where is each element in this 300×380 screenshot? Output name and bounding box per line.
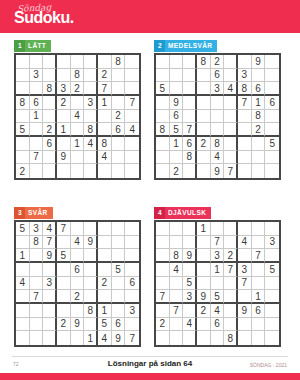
cell-r8c5: [71, 151, 85, 165]
cell-r6c7: [98, 123, 112, 137]
cell-r6c5: [211, 123, 225, 137]
cell-r1c9: [265, 222, 279, 236]
cell-r6c2: 7: [30, 290, 44, 304]
cell-r5c8: 2: [112, 110, 126, 124]
cell-r7c9: 5: [265, 137, 279, 151]
cell-r1c1: [156, 222, 170, 236]
cell-r6c4: 1: [57, 123, 71, 137]
cell-r5c2: 6: [170, 110, 184, 124]
cell-r3c1: 1: [16, 249, 30, 263]
cell-r2c8: [112, 236, 126, 250]
cell-r2c9: [265, 69, 279, 83]
cell-r3c2: [30, 249, 44, 263]
logo-main-text: Sudoku.: [14, 9, 74, 27]
cell-r8c6: [84, 318, 98, 332]
cell-r8c1: [16, 151, 30, 165]
cell-r6c6: [224, 123, 238, 137]
cell-r8c2: [170, 318, 184, 332]
cell-r2c5: 6: [211, 69, 225, 83]
cell-r5c9: [125, 110, 139, 124]
cell-r4c1: 8: [16, 96, 30, 110]
cell-r5c8: [252, 277, 266, 291]
cell-r2c2: [170, 236, 184, 250]
cell-r6c1: 8: [156, 123, 170, 137]
cell-r4c7: [98, 263, 112, 277]
cell-r5c8: 8: [252, 110, 266, 124]
cell-r7c1: [16, 304, 30, 318]
cell-r5c2: [30, 277, 44, 291]
cell-r3c7: [238, 249, 252, 263]
cell-r6c6: 8: [84, 123, 98, 137]
cell-r8c8: [112, 151, 126, 165]
cell-r1c5: [71, 55, 85, 69]
cell-r9c7: 4: [98, 331, 112, 345]
cell-r7c8: [252, 137, 266, 151]
cell-r6c1: [16, 290, 30, 304]
cell-r9c1: [156, 331, 170, 345]
cell-r1c4: 8: [197, 55, 211, 69]
cell-r5c5: [211, 110, 225, 124]
cell-r2c7: 4: [238, 236, 252, 250]
cell-r7c9: [125, 137, 139, 151]
cell-r3c4: 5: [57, 249, 71, 263]
cell-r7c6: 4: [84, 137, 98, 151]
cell-r6c1: 5: [16, 123, 30, 137]
cell-r8c5: 9: [71, 318, 85, 332]
cell-r4c4: [57, 263, 71, 277]
cell-r6c4: [197, 123, 211, 137]
cell-r8c4: 2: [57, 318, 71, 332]
cell-r2c3: 7: [43, 236, 57, 250]
cell-r9c2: [170, 331, 184, 345]
cell-r6c5: [71, 123, 85, 137]
cell-r1c7: [98, 55, 112, 69]
puzzle-difficulty: DJÄVULSK: [165, 207, 211, 219]
cell-r4c1: [16, 263, 30, 277]
cell-r6c2: [170, 290, 184, 304]
cell-r9c6: 1: [84, 331, 98, 345]
cell-r3c8: [112, 82, 126, 96]
cell-r1c2: 3: [30, 222, 44, 236]
cell-r9c5: [211, 331, 225, 345]
cell-r7c7: 1: [98, 304, 112, 318]
puzzle-difficulty: LÄTT: [25, 40, 51, 52]
cell-r2c2: 3: [30, 69, 44, 83]
cell-r6c3: 3: [183, 290, 197, 304]
cell-r8c4: [197, 151, 211, 165]
cell-r6c9: [265, 123, 279, 137]
cell-r7c4: 2: [197, 137, 211, 151]
cell-r9c4: [57, 164, 71, 178]
cell-r7c4: [57, 304, 71, 318]
cell-r4c8: 1: [252, 96, 266, 110]
cell-r1c1: [16, 55, 30, 69]
cell-r9c3: [43, 164, 57, 178]
cell-r3c3: 8: [43, 82, 57, 96]
cell-r5c2: [170, 277, 184, 291]
cell-r2c4: [197, 236, 211, 250]
cell-r7c3: [183, 304, 197, 318]
cell-r6c8: 2: [252, 123, 266, 137]
cell-r1c9: [125, 222, 139, 236]
cell-r9c6: 7: [224, 164, 238, 178]
cell-r1c2: [170, 222, 184, 236]
cell-r6c3: [43, 290, 57, 304]
cell-r8c4: 9: [57, 151, 71, 165]
cell-r4c7: 7: [238, 96, 252, 110]
cell-r3c9: [125, 249, 139, 263]
cell-r8c3: [43, 151, 57, 165]
cell-r9c9: [265, 331, 279, 345]
cell-r2c4: [197, 69, 211, 83]
puzzle-label-4: 4 DJÄVULSK: [154, 207, 211, 219]
cell-r2c5: 7: [211, 236, 225, 250]
cell-r2c3: [183, 69, 197, 83]
cell-r8c5: 4: [211, 151, 225, 165]
cell-r5c6: [84, 110, 98, 124]
cell-r3c4: [197, 82, 211, 96]
cell-r1c5: 2: [211, 55, 225, 69]
cell-r5c4: [197, 110, 211, 124]
sudoku-board-2: 829635348697166885721628584297: [154, 53, 281, 180]
cell-r6c6: [84, 290, 98, 304]
cell-r2c5: 8: [71, 69, 85, 83]
puzzle-number: 3: [14, 207, 25, 219]
cell-r8c9: [265, 318, 279, 332]
cell-r4c9: 5: [265, 263, 279, 277]
cell-r8c7: 5: [98, 318, 112, 332]
cell-r5c1: [156, 277, 170, 291]
puzzle-label-1: 1 LÄTT: [14, 40, 51, 52]
cell-r5c6: [224, 277, 238, 291]
cell-r4c9: 6: [265, 96, 279, 110]
puzzle-number: 1: [14, 40, 25, 52]
cell-r7c2: 7: [170, 304, 184, 318]
cell-r3c9: [265, 82, 279, 96]
cell-r4c3: [183, 263, 197, 277]
cell-r2c1: [16, 236, 30, 250]
cell-r7c3: 6: [183, 137, 197, 151]
cell-r7c2: [30, 137, 44, 151]
cell-r5c7: 2: [98, 277, 112, 291]
cell-r9c7: [238, 164, 252, 178]
cell-r5c3: [183, 110, 197, 124]
cell-r5c9: 6: [125, 277, 139, 291]
cell-r9c1: [156, 164, 170, 178]
cell-r1c6: [84, 55, 98, 69]
cell-r7c1: [156, 304, 170, 318]
cell-r8c6: [224, 151, 238, 165]
cell-r5c1: 4: [16, 277, 30, 291]
cell-r4c8: 5: [112, 263, 126, 277]
cell-r8c9: [125, 318, 139, 332]
sudoku-board-1: 8382832786231714252186461487942: [14, 53, 141, 180]
cell-r1c9: [125, 55, 139, 69]
cell-r6c9: [125, 290, 139, 304]
cell-r3c8: 6: [252, 82, 266, 96]
cell-r6c4: [57, 290, 71, 304]
cell-r8c6: [224, 318, 238, 332]
cell-r1c3: [43, 55, 57, 69]
cell-r1c6: [224, 55, 238, 69]
cell-r4c2: 4: [170, 263, 184, 277]
cell-r6c7: [238, 123, 252, 137]
cell-r8c7: 4: [98, 151, 112, 165]
cell-r8c7: [238, 318, 252, 332]
cell-r3c8: 7: [252, 249, 266, 263]
cell-r2c8: [252, 69, 266, 83]
cell-r2c6: 9: [84, 236, 98, 250]
cell-r8c8: 6: [112, 318, 126, 332]
cell-r7c3: [43, 304, 57, 318]
cell-r4c3: [183, 96, 197, 110]
puzzle-difficulty: SVÅR: [25, 207, 53, 219]
cell-r7c8: 6: [252, 304, 266, 318]
cell-r5c6: [224, 110, 238, 124]
cell-r6c3: 7: [183, 123, 197, 137]
cell-r4c9: 7: [125, 96, 139, 110]
cell-r9c9: [125, 164, 139, 178]
cell-r9c7: [98, 164, 112, 178]
cell-r1c8: [252, 222, 266, 236]
cell-r1c4: [57, 55, 71, 69]
cell-r6c7: [98, 290, 112, 304]
cell-r9c5: 9: [211, 164, 225, 178]
cell-r4c6: 3: [84, 96, 98, 110]
cell-r6c5: 5: [211, 290, 225, 304]
cell-r1c6: [224, 222, 238, 236]
cell-r3c6: 2: [224, 249, 238, 263]
cell-r8c1: [16, 318, 30, 332]
cell-r2c6: [224, 69, 238, 83]
cell-r1c1: 5: [16, 222, 30, 236]
cell-r7c7: 9: [238, 304, 252, 318]
cell-r4c6: [84, 263, 98, 277]
cell-r5c3: [43, 110, 57, 124]
cell-r1c1: [156, 55, 170, 69]
cell-r1c3: [183, 222, 197, 236]
cell-r6c6: [224, 290, 238, 304]
cell-r7c6: [224, 304, 238, 318]
cell-r1c8: 8: [112, 55, 126, 69]
cell-r1c4: 7: [57, 222, 71, 236]
cell-r3c9: [125, 82, 139, 96]
cell-r9c8: 9: [112, 331, 126, 345]
sudoku-board-4: 174389327417355773951724962468: [154, 220, 281, 347]
cell-r7c6: [224, 137, 238, 151]
cell-r7c2: [30, 304, 44, 318]
cell-r3c5: 2: [71, 82, 85, 96]
cell-r4c7: 3: [238, 263, 252, 277]
cell-r8c2: [170, 151, 184, 165]
cell-r4c5: [211, 96, 225, 110]
cell-r1c6: [84, 222, 98, 236]
cell-r2c4: [57, 236, 71, 250]
cell-r2c9: [125, 69, 139, 83]
cell-r2c1: [156, 69, 170, 83]
cell-r8c2: 7: [30, 151, 44, 165]
cell-r8c5: 6: [211, 318, 225, 332]
header-banner: Söndag Sudoku.: [0, 0, 300, 33]
cell-r2c1: [16, 69, 30, 83]
cell-r8c9: [265, 151, 279, 165]
cell-r4c1: [156, 96, 170, 110]
cell-r3c5: [71, 249, 85, 263]
cell-r6c7: [238, 290, 252, 304]
cell-r3c2: [30, 82, 44, 96]
cell-r3c3: [183, 82, 197, 96]
cell-r5c9: [265, 277, 279, 291]
cell-r9c3: [183, 331, 197, 345]
cell-r5c8: [112, 277, 126, 291]
cell-r9c1: 2: [16, 164, 30, 178]
cell-r9c6: [84, 164, 98, 178]
cell-r8c2: [30, 318, 44, 332]
cell-r3c2: [170, 82, 184, 96]
puzzle-label-2: 2 MEDELSVÅR: [154, 40, 217, 52]
cell-r5c5: 4: [71, 110, 85, 124]
cell-r2c5: 4: [71, 236, 85, 250]
cell-r2c9: 3: [265, 236, 279, 250]
cell-r6c9: [265, 290, 279, 304]
cell-r4c2: 6: [30, 96, 44, 110]
cell-r4c4: [197, 263, 211, 277]
cell-r9c9: [265, 164, 279, 178]
cell-r7c7: [238, 137, 252, 151]
cell-r3c6: 4: [224, 82, 238, 96]
cell-r7c6: 8: [84, 304, 98, 318]
cell-r3c5: 3: [211, 249, 225, 263]
cell-r7c4: [57, 137, 71, 151]
cell-r2c2: 8: [30, 236, 44, 250]
cell-r4c8: [252, 263, 266, 277]
cell-r9c7: [238, 331, 252, 345]
cell-r6c2: 5: [170, 123, 184, 137]
cell-r1c2: [170, 55, 184, 69]
cell-r1c2: [30, 55, 44, 69]
cell-r3c3: 9: [183, 249, 197, 263]
cell-r2c7: 3: [238, 69, 252, 83]
cell-r1c8: 9: [252, 55, 266, 69]
cell-r2c3: [183, 236, 197, 250]
cell-r6c3: 2: [43, 123, 57, 137]
cell-r9c5: [71, 164, 85, 178]
cell-r2c7: 2: [98, 69, 112, 83]
cell-r4c5: [71, 96, 85, 110]
cell-r6c8: 1: [252, 290, 266, 304]
cell-r9c2: [30, 164, 44, 178]
cell-r3c6: [84, 249, 98, 263]
cell-r9c6: 8: [224, 331, 238, 345]
cell-r5c2: 1: [30, 110, 44, 124]
cell-r1c8: [112, 222, 126, 236]
cell-r6c8: 6: [112, 123, 126, 137]
cell-r4c7: 1: [98, 96, 112, 110]
cell-r3c4: 3: [57, 82, 71, 96]
cell-r4c2: 9: [170, 96, 184, 110]
cell-r6c2: [30, 123, 44, 137]
cell-r8c1: [156, 151, 170, 165]
cell-r4c2: [30, 263, 44, 277]
cell-r7c5: 4: [211, 304, 225, 318]
footer-page-number: 72: [13, 361, 19, 367]
puzzle-label-3: 3 SVÅR: [14, 207, 53, 219]
cell-r4c6: [224, 96, 238, 110]
cell-r3c2: 8: [170, 249, 184, 263]
cell-r3c7: 8: [238, 82, 252, 96]
cell-r2c2: [170, 69, 184, 83]
cell-r9c3: [43, 331, 57, 345]
cell-r8c1: 2: [156, 318, 170, 332]
cell-r2c1: [156, 236, 170, 250]
cell-r7c9: [265, 304, 279, 318]
cell-r3c3: 9: [43, 249, 57, 263]
cell-r4c4: 2: [57, 96, 71, 110]
bottom-bar: [0, 373, 300, 380]
cell-r5c1: [16, 110, 30, 124]
cell-r1c5: [211, 222, 225, 236]
cell-r9c4: [57, 331, 71, 345]
cell-r9c2: [30, 331, 44, 345]
sudoku-board-3: 534787491956543267281329561497: [14, 220, 141, 347]
cell-r1c7: [98, 222, 112, 236]
cell-r8c8: [252, 318, 266, 332]
cell-r7c8: [112, 304, 126, 318]
cell-r5c4: [57, 110, 71, 124]
cell-r3c7: [98, 249, 112, 263]
cell-r5c6: [84, 277, 98, 291]
cell-r1c4: 1: [197, 222, 211, 236]
cell-r7c5: 8: [211, 137, 225, 151]
cell-r5c3: 5: [183, 277, 197, 291]
cell-r8c3: [43, 318, 57, 332]
cell-r9c4: [197, 331, 211, 345]
cell-r5c4: [57, 277, 71, 291]
puzzle-number: 2: [154, 40, 165, 52]
cell-r2c6: [84, 69, 98, 83]
cell-r9c9: 7: [125, 331, 139, 345]
cell-r9c8: [252, 331, 266, 345]
cell-r1c7: [238, 55, 252, 69]
cell-r3c8: [112, 249, 126, 263]
cell-r4c9: [125, 263, 139, 277]
cell-r1c5: [71, 222, 85, 236]
cell-r5c5: [71, 277, 85, 291]
cell-r4c3: [43, 96, 57, 110]
cell-r7c1: [156, 137, 170, 151]
cell-r2c8: [112, 69, 126, 83]
cell-r6c4: 9: [197, 290, 211, 304]
cell-r7c7: 8: [98, 137, 112, 151]
footer-issue-text: SÖNDAG · 2021: [250, 362, 287, 368]
cell-r3c1: [16, 82, 30, 96]
cell-r2c4: [57, 69, 71, 83]
cell-r2c7: [98, 236, 112, 250]
cell-r5c7: [238, 110, 252, 124]
cell-r2c9: [125, 236, 139, 250]
cell-r6c1: 7: [156, 290, 170, 304]
cell-r4c6: 7: [224, 263, 238, 277]
cell-r3c4: [197, 249, 211, 263]
cell-r2c6: [224, 236, 238, 250]
cell-r9c8: [112, 164, 126, 178]
cell-r1c3: 4: [43, 222, 57, 236]
cell-r8c8: [252, 151, 266, 165]
cell-r7c4: 2: [197, 304, 211, 318]
cell-r4c5: 6: [71, 263, 85, 277]
cell-r9c4: [197, 164, 211, 178]
cell-r4c4: [197, 96, 211, 110]
